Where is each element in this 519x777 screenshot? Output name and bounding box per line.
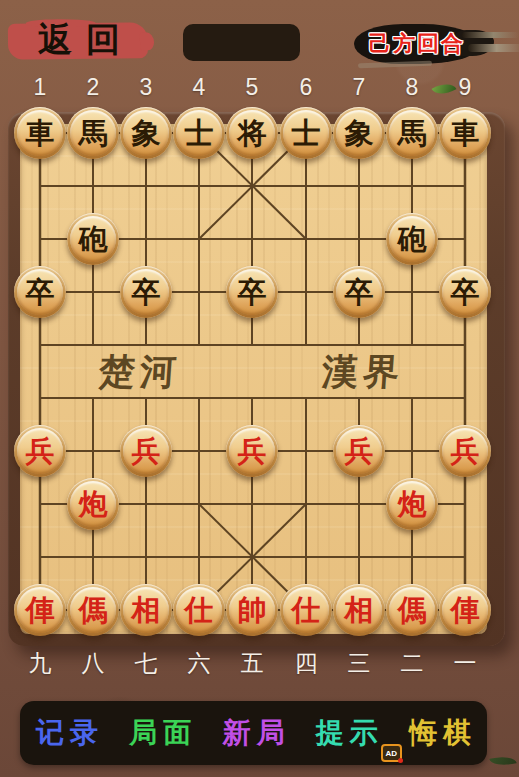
record-button[interactable]: 记录 bbox=[26, 712, 108, 754]
piece-glyph: 俥 bbox=[439, 584, 491, 636]
file-label: 9 bbox=[450, 74, 480, 101]
river-label-left: 楚河 bbox=[68, 348, 211, 396]
piece-glyph: 兵 bbox=[120, 425, 172, 477]
piece-glyph: 砲 bbox=[67, 213, 119, 265]
piece-red-horse[interactable]: 傌 bbox=[67, 584, 119, 636]
piece-red-soldier[interactable]: 兵 bbox=[439, 425, 491, 477]
piece-glyph: 士 bbox=[280, 107, 332, 159]
piece-glyph: 兵 bbox=[333, 425, 385, 477]
piece-black-soldier[interactable]: 卒 bbox=[120, 266, 172, 318]
file-label: 六 bbox=[184, 648, 214, 679]
turn-indicator-label: 己方回合 bbox=[354, 24, 480, 64]
piece-glyph: 士 bbox=[173, 107, 225, 159]
piece-glyph: 卒 bbox=[120, 266, 172, 318]
piece-red-cannon[interactable]: 炮 bbox=[67, 478, 119, 530]
piece-glyph: 帥 bbox=[226, 584, 278, 636]
file-label: 三 bbox=[344, 648, 374, 679]
piece-red-advisor[interactable]: 仕 bbox=[173, 584, 225, 636]
piece-glyph: 相 bbox=[333, 584, 385, 636]
file-label: 5 bbox=[237, 74, 267, 101]
app-screen: 返回 己方回合 123456789 楚河 漢界 車馬象士将士象馬車砲砲卒卒卒卒卒… bbox=[0, 0, 519, 777]
position-button[interactable]: 局面 bbox=[119, 712, 201, 754]
timer-display bbox=[183, 24, 300, 61]
piece-glyph: 傌 bbox=[67, 584, 119, 636]
piece-glyph: 卒 bbox=[439, 266, 491, 318]
bottom-menu: 记录局面新局提示AD悔棋 bbox=[20, 701, 487, 765]
piece-glyph: 車 bbox=[439, 107, 491, 159]
file-labels-top: 123456789 bbox=[0, 74, 519, 102]
piece-glyph: 兵 bbox=[14, 425, 66, 477]
piece-black-soldier[interactable]: 卒 bbox=[226, 266, 278, 318]
piece-glyph: 砲 bbox=[386, 213, 438, 265]
file-label: 一 bbox=[450, 648, 480, 679]
piece-red-elephant[interactable]: 相 bbox=[333, 584, 385, 636]
piece-red-horse[interactable]: 傌 bbox=[386, 584, 438, 636]
file-label: 6 bbox=[291, 74, 321, 101]
file-labels-bottom: 九八七六五四三二一 bbox=[0, 648, 519, 676]
piece-glyph: 俥 bbox=[14, 584, 66, 636]
piece-glyph: 兵 bbox=[226, 425, 278, 477]
file-label: 1 bbox=[25, 74, 55, 101]
file-label: 8 bbox=[397, 74, 427, 101]
back-button-label: 返回 bbox=[6, 15, 152, 65]
new-game-button[interactable]: 新局 bbox=[212, 712, 294, 754]
piece-glyph: 炮 bbox=[386, 478, 438, 530]
piece-red-chariot[interactable]: 俥 bbox=[14, 584, 66, 636]
piece-black-advisor[interactable]: 士 bbox=[173, 107, 225, 159]
piece-black-cannon[interactable]: 砲 bbox=[386, 213, 438, 265]
hint-button[interactable]: 提示AD bbox=[306, 712, 388, 754]
turn-indicator: 己方回合 bbox=[350, 18, 519, 70]
piece-red-soldier[interactable]: 兵 bbox=[120, 425, 172, 477]
piece-black-elephant[interactable]: 象 bbox=[120, 107, 172, 159]
piece-black-chariot[interactable]: 車 bbox=[439, 107, 491, 159]
piece-glyph: 仕 bbox=[173, 584, 225, 636]
file-label: 五 bbox=[237, 648, 267, 679]
piece-red-cannon[interactable]: 炮 bbox=[386, 478, 438, 530]
piece-glyph: 相 bbox=[120, 584, 172, 636]
piece-glyph: 象 bbox=[333, 107, 385, 159]
piece-glyph: 卒 bbox=[14, 266, 66, 318]
piece-black-cannon[interactable]: 砲 bbox=[67, 213, 119, 265]
river-label-right: 漢界 bbox=[291, 348, 434, 396]
piece-black-horse[interactable]: 馬 bbox=[67, 107, 119, 159]
piece-glyph: 象 bbox=[120, 107, 172, 159]
piece-glyph: 馬 bbox=[67, 107, 119, 159]
file-label: 7 bbox=[344, 74, 374, 101]
piece-black-soldier[interactable]: 卒 bbox=[439, 266, 491, 318]
piece-glyph: 炮 bbox=[67, 478, 119, 530]
file-label: 2 bbox=[78, 74, 108, 101]
piece-black-elephant[interactable]: 象 bbox=[333, 107, 385, 159]
piece-black-horse[interactable]: 馬 bbox=[386, 107, 438, 159]
leaf-icon bbox=[489, 753, 517, 768]
piece-black-chariot[interactable]: 車 bbox=[14, 107, 66, 159]
piece-glyph: 卒 bbox=[333, 266, 385, 318]
file-label: 九 bbox=[25, 648, 55, 679]
file-label: 3 bbox=[131, 74, 161, 101]
piece-red-soldier[interactable]: 兵 bbox=[226, 425, 278, 477]
piece-red-soldier[interactable]: 兵 bbox=[14, 425, 66, 477]
piece-black-soldier[interactable]: 卒 bbox=[333, 266, 385, 318]
piece-glyph: 兵 bbox=[439, 425, 491, 477]
piece-black-soldier[interactable]: 卒 bbox=[14, 266, 66, 318]
file-label: 八 bbox=[78, 648, 108, 679]
piece-black-general[interactable]: 将 bbox=[226, 107, 278, 159]
piece-red-soldier[interactable]: 兵 bbox=[333, 425, 385, 477]
piece-glyph: 傌 bbox=[386, 584, 438, 636]
piece-glyph: 馬 bbox=[386, 107, 438, 159]
piece-glyph: 車 bbox=[14, 107, 66, 159]
file-label: 七 bbox=[131, 648, 161, 679]
piece-glyph: 将 bbox=[226, 107, 278, 159]
xiangqi-board[interactable]: 楚河 漢界 車馬象士将士象馬車砲砲卒卒卒卒卒兵兵兵兵兵炮炮俥傌相仕帥仕相傌俥 bbox=[8, 112, 505, 646]
piece-glyph: 卒 bbox=[226, 266, 278, 318]
piece-red-chariot[interactable]: 俥 bbox=[439, 584, 491, 636]
piece-glyph: 仕 bbox=[280, 584, 332, 636]
piece-red-general[interactable]: 帥 bbox=[226, 584, 278, 636]
back-button[interactable]: 返回 bbox=[6, 15, 152, 65]
file-label: 二 bbox=[397, 648, 427, 679]
piece-red-advisor[interactable]: 仕 bbox=[280, 584, 332, 636]
piece-black-advisor[interactable]: 士 bbox=[280, 107, 332, 159]
undo-button[interactable]: 悔棋 bbox=[399, 712, 481, 754]
piece-red-elephant[interactable]: 相 bbox=[120, 584, 172, 636]
file-label: 四 bbox=[291, 648, 321, 679]
file-label: 4 bbox=[184, 74, 214, 101]
